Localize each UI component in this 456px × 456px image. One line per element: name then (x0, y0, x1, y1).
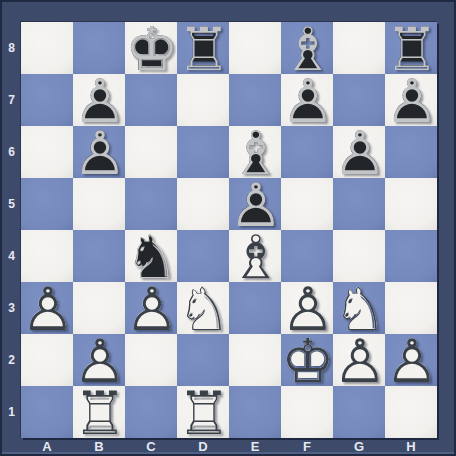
white-knight-detail: ♘ (177, 282, 229, 334)
white-pawn-glyph: ♟ (21, 282, 73, 334)
rank-label-2: 2 (2, 334, 21, 386)
square-g2[interactable]: ♟♙ (333, 334, 385, 386)
piece-black-pawn[interactable]: ♟♙ (73, 74, 125, 126)
black-pawn-detail: ♙ (73, 74, 125, 126)
black-rook-detail: ♖ (177, 22, 229, 74)
square-e8[interactable] (229, 22, 281, 74)
piece-black-rook[interactable]: ♜♖ (385, 22, 437, 74)
piece-black-bishop[interactable]: ♝♗ (229, 126, 281, 178)
square-b8[interactable] (73, 22, 125, 74)
square-e1[interactable] (229, 386, 281, 438)
rank-label-1: 1 (2, 386, 21, 438)
piece-white-king[interactable]: ♚♔ (281, 334, 333, 386)
black-bishop-detail: ♗ (281, 22, 333, 74)
black-pawn-glyph: ♟ (229, 178, 281, 230)
piece-white-pawn[interactable]: ♟♙ (385, 334, 437, 386)
square-e7[interactable] (229, 74, 281, 126)
file-label-d: D (177, 438, 229, 456)
square-b1[interactable]: ♜♖ (73, 386, 125, 438)
square-d1[interactable]: ♜♖ (177, 386, 229, 438)
rank-labels: 87654321 (2, 22, 21, 438)
piece-black-king[interactable]: ♚♔ (125, 22, 177, 74)
black-pawn-detail: ♙ (73, 126, 125, 178)
white-pawn-detail: ♙ (125, 282, 177, 334)
square-c8[interactable]: ♚♔ (125, 22, 177, 74)
piece-white-knight[interactable]: ♞♘ (333, 282, 385, 334)
piece-white-knight[interactable]: ♞♘ (177, 282, 229, 334)
square-b4[interactable] (73, 230, 125, 282)
black-king-glyph: ♚ (125, 22, 177, 74)
piece-white-rook[interactable]: ♜♖ (177, 386, 229, 438)
piece-white-pawn[interactable]: ♟♙ (21, 282, 73, 334)
square-d7[interactable] (177, 74, 229, 126)
white-pawn-detail: ♙ (21, 282, 73, 334)
square-d6[interactable] (177, 126, 229, 178)
white-rook-glyph: ♜ (177, 386, 229, 438)
file-label-g: G (333, 438, 385, 456)
square-f2[interactable]: ♚♔ (281, 334, 333, 386)
square-d8[interactable]: ♜♖ (177, 22, 229, 74)
piece-black-pawn[interactable]: ♟♙ (281, 74, 333, 126)
white-bishop-detail: ♗ (229, 230, 281, 282)
white-pawn-detail: ♙ (73, 334, 125, 386)
square-a3[interactable]: ♟♙ (21, 282, 73, 334)
square-e2[interactable] (229, 334, 281, 386)
square-h6[interactable] (385, 126, 437, 178)
square-h7[interactable]: ♟♙ (385, 74, 437, 126)
white-pawn-glyph: ♟ (385, 334, 437, 386)
black-pawn-glyph: ♟ (385, 74, 437, 126)
square-e3[interactable] (229, 282, 281, 334)
square-b5[interactable] (73, 178, 125, 230)
square-h4[interactable] (385, 230, 437, 282)
square-d4[interactable] (177, 230, 229, 282)
rank-label-3: 3 (2, 282, 21, 334)
white-pawn-detail: ♙ (333, 334, 385, 386)
black-pawn-glyph: ♟ (333, 126, 385, 178)
square-a6[interactable] (21, 126, 73, 178)
rank-label-7: 7 (2, 74, 21, 126)
white-pawn-glyph: ♟ (125, 282, 177, 334)
square-c3[interactable]: ♟♙ (125, 282, 177, 334)
black-knight-glyph: ♞ (125, 230, 177, 282)
white-king-detail: ♔ (281, 334, 333, 386)
square-g6[interactable]: ♟♙ (333, 126, 385, 178)
white-knight-glyph: ♞ (333, 282, 385, 334)
black-bishop-glyph: ♝ (229, 126, 281, 178)
white-king-glyph: ♚ (281, 334, 333, 386)
black-pawn-glyph: ♟ (73, 126, 125, 178)
white-pawn-detail: ♙ (385, 334, 437, 386)
square-h5[interactable] (385, 178, 437, 230)
white-rook-detail: ♖ (73, 386, 125, 438)
square-f3[interactable]: ♟♙ (281, 282, 333, 334)
square-c4[interactable]: ♞♘ (125, 230, 177, 282)
square-g4[interactable] (333, 230, 385, 282)
file-label-c: C (125, 438, 177, 456)
square-h3[interactable] (385, 282, 437, 334)
square-a1[interactable] (21, 386, 73, 438)
square-b6[interactable]: ♟♙ (73, 126, 125, 178)
white-pawn-detail: ♙ (281, 282, 333, 334)
black-pawn-detail: ♙ (385, 74, 437, 126)
black-king-detail: ♔ (125, 22, 177, 74)
piece-white-bishop[interactable]: ♝♗ (229, 230, 281, 282)
square-e5[interactable]: ♟♙ (229, 178, 281, 230)
black-bishop-detail: ♗ (229, 126, 281, 178)
rank-label-6: 6 (2, 126, 21, 178)
square-c5[interactable] (125, 178, 177, 230)
piece-white-pawn[interactable]: ♟♙ (73, 334, 125, 386)
square-b2[interactable]: ♟♙ (73, 334, 125, 386)
piece-black-pawn[interactable]: ♟♙ (229, 178, 281, 230)
square-b7[interactable]: ♟♙ (73, 74, 125, 126)
black-pawn-glyph: ♟ (281, 74, 333, 126)
black-rook-detail: ♖ (385, 22, 437, 74)
white-bishop-glyph: ♝ (229, 230, 281, 282)
rank-label-8: 8 (2, 22, 21, 74)
square-c2[interactable] (125, 334, 177, 386)
rank-label-5: 5 (2, 178, 21, 230)
piece-black-knight[interactable]: ♞♘ (125, 230, 177, 282)
white-rook-detail: ♖ (177, 386, 229, 438)
white-knight-glyph: ♞ (177, 282, 229, 334)
black-pawn-detail: ♙ (229, 178, 281, 230)
square-a2[interactable] (21, 334, 73, 386)
piece-black-pawn[interactable]: ♟♙ (333, 126, 385, 178)
chessboard-frame: 87654321 ♚♔♜♖♝♗♜♖♟♙♟♙♟♙♟♙♝♗♟♙♟♙♞♘♝♗♟♙♟♙♞… (0, 0, 456, 456)
piece-black-rook[interactable]: ♜♖ (177, 22, 229, 74)
square-h2[interactable]: ♟♙ (385, 334, 437, 386)
white-rook-glyph: ♜ (73, 386, 125, 438)
square-g7[interactable] (333, 74, 385, 126)
white-pawn-glyph: ♟ (73, 334, 125, 386)
file-labels: ABCDEFGH (21, 438, 437, 456)
square-g1[interactable] (333, 386, 385, 438)
white-pawn-glyph: ♟ (333, 334, 385, 386)
piece-white-rook[interactable]: ♜♖ (73, 386, 125, 438)
square-e4[interactable]: ♝♗ (229, 230, 281, 282)
square-f7[interactable]: ♟♙ (281, 74, 333, 126)
black-rook-glyph: ♜ (385, 22, 437, 74)
square-a4[interactable] (21, 230, 73, 282)
white-knight-detail: ♘ (333, 282, 385, 334)
square-g8[interactable] (333, 22, 385, 74)
chess-board[interactable]: ♚♔♜♖♝♗♜♖♟♙♟♙♟♙♟♙♝♗♟♙♟♙♞♘♝♗♟♙♟♙♞♘♟♙♞♘♟♙♚♔… (21, 22, 437, 438)
square-h1[interactable] (385, 386, 437, 438)
square-f1[interactable] (281, 386, 333, 438)
square-a5[interactable] (21, 178, 73, 230)
file-label-a: A (21, 438, 73, 456)
square-d2[interactable] (177, 334, 229, 386)
file-label-e: E (229, 438, 281, 456)
black-bishop-glyph: ♝ (281, 22, 333, 74)
piece-black-bishop[interactable]: ♝♗ (281, 22, 333, 74)
piece-black-pawn[interactable]: ♟♙ (73, 126, 125, 178)
black-pawn-glyph: ♟ (73, 74, 125, 126)
square-e6[interactable]: ♝♗ (229, 126, 281, 178)
square-g3[interactable]: ♞♘ (333, 282, 385, 334)
square-f8[interactable]: ♝♗ (281, 22, 333, 74)
rank-label-4: 4 (2, 230, 21, 282)
square-g5[interactable] (333, 178, 385, 230)
black-pawn-detail: ♙ (333, 126, 385, 178)
piece-black-pawn[interactable]: ♟♙ (385, 74, 437, 126)
white-pawn-glyph: ♟ (281, 282, 333, 334)
piece-white-pawn[interactable]: ♟♙ (125, 282, 177, 334)
square-a8[interactable] (21, 22, 73, 74)
square-a7[interactable] (21, 74, 73, 126)
square-f6[interactable] (281, 126, 333, 178)
square-f4[interactable] (281, 230, 333, 282)
file-label-f: F (281, 438, 333, 456)
black-pawn-detail: ♙ (281, 74, 333, 126)
square-d5[interactable] (177, 178, 229, 230)
square-c1[interactable] (125, 386, 177, 438)
piece-white-pawn[interactable]: ♟♙ (333, 334, 385, 386)
square-c7[interactable] (125, 74, 177, 126)
square-f5[interactable] (281, 178, 333, 230)
square-d3[interactable]: ♞♘ (177, 282, 229, 334)
black-knight-detail: ♘ (125, 230, 177, 282)
square-b3[interactable] (73, 282, 125, 334)
black-rook-glyph: ♜ (177, 22, 229, 74)
file-label-b: B (73, 438, 125, 456)
piece-white-pawn[interactable]: ♟♙ (281, 282, 333, 334)
file-label-h: H (385, 438, 437, 456)
square-h8[interactable]: ♜♖ (385, 22, 437, 74)
square-c6[interactable] (125, 126, 177, 178)
